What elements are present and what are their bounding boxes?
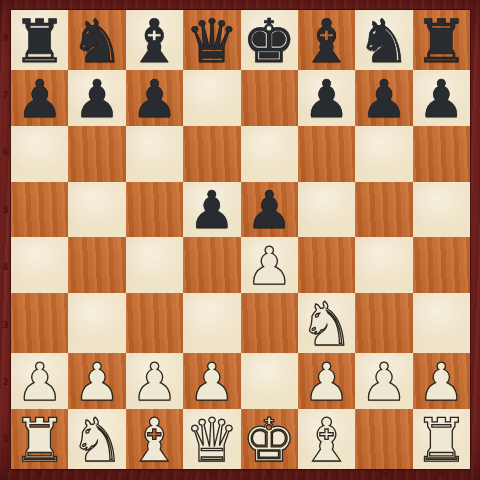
- square-d8[interactable]: ♛: [183, 10, 240, 70]
- square-d5[interactable]: ♟: [183, 182, 240, 238]
- black-king-e8[interactable]: ♚: [242, 11, 296, 71]
- square-d3[interactable]: [183, 293, 240, 353]
- square-d4[interactable]: [183, 237, 240, 293]
- square-c3[interactable]: [126, 293, 183, 353]
- rank-label-8: 8: [0, 34, 11, 44]
- square-g7[interactable]: ♟: [355, 70, 412, 126]
- black-queen-d8[interactable]: ♛: [185, 11, 239, 71]
- square-a5[interactable]: [11, 182, 68, 238]
- file-label-c: C: [148, 469, 160, 479]
- square-g4[interactable]: [355, 237, 412, 293]
- file-label-e: E: [263, 469, 275, 479]
- rank-label-7: 7: [0, 91, 11, 101]
- white-pawn-a2[interactable]: ♟: [16, 356, 63, 408]
- white-pawn-f2[interactable]: ♟: [303, 356, 350, 408]
- square-h7[interactable]: ♟: [413, 70, 470, 126]
- square-b8[interactable]: ♞: [68, 10, 125, 70]
- white-pawn-e4[interactable]: ♟: [246, 240, 293, 292]
- rank-label-6: 6: [0, 148, 11, 158]
- square-g3[interactable]: [355, 293, 412, 353]
- rank-label-2: 2: [0, 378, 11, 388]
- square-e2[interactable]: [241, 353, 298, 409]
- square-h3[interactable]: [413, 293, 470, 353]
- black-rook-a8[interactable]: ♜: [13, 11, 67, 71]
- file-label-f: F: [321, 469, 333, 479]
- square-f4[interactable]: [298, 237, 355, 293]
- square-a8[interactable]: ♜: [11, 10, 68, 70]
- square-f1[interactable]: ♝: [298, 409, 355, 469]
- square-a1[interactable]: ♜: [11, 409, 68, 469]
- square-c7[interactable]: ♟: [126, 70, 183, 126]
- square-b2[interactable]: ♟: [68, 353, 125, 409]
- chess-board: ♜♞♝♛♚♝♞♜♟♟♟♟♟♟♟♟♟♞♟♟♟♟♟♟♟♜♞♝♛♚♝♜: [11, 10, 470, 469]
- black-pawn-a7[interactable]: ♟: [16, 73, 63, 125]
- white-rook-h1[interactable]: ♜: [414, 410, 468, 470]
- black-rook-h8[interactable]: ♜: [414, 11, 468, 71]
- file-label-b: B: [91, 469, 103, 479]
- square-c5[interactable]: [126, 182, 183, 238]
- rank-label-1: 1: [0, 435, 11, 445]
- white-bishop-c1[interactable]: ♝: [128, 410, 182, 470]
- square-c6[interactable]: [126, 126, 183, 182]
- square-g2[interactable]: ♟: [355, 353, 412, 409]
- black-pawn-h7[interactable]: ♟: [418, 73, 465, 125]
- file-label-d: D: [206, 469, 218, 479]
- white-pawn-b2[interactable]: ♟: [74, 356, 121, 408]
- square-f5[interactable]: [298, 182, 355, 238]
- square-e1[interactable]: ♚: [241, 409, 298, 469]
- square-b5[interactable]: [68, 182, 125, 238]
- square-c8[interactable]: ♝: [126, 10, 183, 70]
- square-d1[interactable]: ♛: [183, 409, 240, 469]
- square-c4[interactable]: [126, 237, 183, 293]
- square-e4[interactable]: ♟: [241, 237, 298, 293]
- square-c2[interactable]: ♟: [126, 353, 183, 409]
- black-knight-g8[interactable]: ♞: [357, 11, 411, 71]
- square-a2[interactable]: ♟: [11, 353, 68, 409]
- square-h5[interactable]: [413, 182, 470, 238]
- square-b4[interactable]: [68, 237, 125, 293]
- white-knight-b1[interactable]: ♞: [70, 410, 124, 470]
- square-e8[interactable]: ♚: [241, 10, 298, 70]
- white-pawn-h2[interactable]: ♟: [418, 356, 465, 408]
- square-h1[interactable]: ♜: [413, 409, 470, 469]
- square-h4[interactable]: [413, 237, 470, 293]
- square-e3[interactable]: [241, 293, 298, 353]
- rank-label-3: 3: [0, 321, 11, 331]
- square-a4[interactable]: [11, 237, 68, 293]
- board-frame: ♜♞♝♛♚♝♞♜♟♟♟♟♟♟♟♟♟♞♟♟♟♟♟♟♟♜♞♝♛♚♝♜ 8765432…: [0, 0, 480, 480]
- square-h8[interactable]: ♜: [413, 10, 470, 70]
- white-knight-f3[interactable]: ♞: [300, 294, 354, 354]
- square-g6[interactable]: [355, 126, 412, 182]
- square-b3[interactable]: [68, 293, 125, 353]
- square-f2[interactable]: ♟: [298, 353, 355, 409]
- square-a6[interactable]: [11, 126, 68, 182]
- rank-label-4: 4: [0, 263, 11, 273]
- square-f7[interactable]: ♟: [298, 70, 355, 126]
- white-pawn-d2[interactable]: ♟: [189, 356, 236, 408]
- file-label-h: H: [435, 469, 447, 479]
- square-e5[interactable]: ♟: [241, 182, 298, 238]
- square-e7[interactable]: [241, 70, 298, 126]
- white-pawn-g2[interactable]: ♟: [361, 356, 408, 408]
- black-pawn-d5[interactable]: ♟: [189, 184, 236, 236]
- white-king-e1[interactable]: ♚: [242, 410, 296, 470]
- square-e6[interactable]: [241, 126, 298, 182]
- white-queen-d1[interactable]: ♛: [185, 410, 239, 470]
- black-pawn-e5[interactable]: ♟: [246, 184, 293, 236]
- square-g5[interactable]: [355, 182, 412, 238]
- square-a3[interactable]: [11, 293, 68, 353]
- rank-label-5: 5: [0, 206, 11, 216]
- square-f3[interactable]: ♞: [298, 293, 355, 353]
- white-bishop-f1[interactable]: ♝: [300, 410, 354, 470]
- black-pawn-g7[interactable]: ♟: [361, 73, 408, 125]
- square-h2[interactable]: ♟: [413, 353, 470, 409]
- square-d6[interactable]: [183, 126, 240, 182]
- black-bishop-c8[interactable]: ♝: [128, 11, 182, 71]
- black-bishop-f8[interactable]: ♝: [300, 11, 354, 71]
- square-f6[interactable]: [298, 126, 355, 182]
- square-h6[interactable]: [413, 126, 470, 182]
- square-c1[interactable]: ♝: [126, 409, 183, 469]
- square-d2[interactable]: ♟: [183, 353, 240, 409]
- file-label-a: A: [34, 469, 46, 479]
- black-pawn-c7[interactable]: ♟: [131, 73, 178, 125]
- square-b7[interactable]: ♟: [68, 70, 125, 126]
- square-d7[interactable]: [183, 70, 240, 126]
- square-b1[interactable]: ♞: [68, 409, 125, 469]
- square-f8[interactable]: ♝: [298, 10, 355, 70]
- black-pawn-f7[interactable]: ♟: [303, 73, 350, 125]
- white-rook-a1[interactable]: ♜: [13, 410, 67, 470]
- black-knight-b8[interactable]: ♞: [70, 11, 124, 71]
- square-g8[interactable]: ♞: [355, 10, 412, 70]
- white-pawn-c2[interactable]: ♟: [131, 356, 178, 408]
- file-label-g: G: [378, 469, 390, 479]
- square-a7[interactable]: ♟: [11, 70, 68, 126]
- square-b6[interactable]: [68, 126, 125, 182]
- black-pawn-b7[interactable]: ♟: [74, 73, 121, 125]
- square-g1[interactable]: [355, 409, 412, 469]
